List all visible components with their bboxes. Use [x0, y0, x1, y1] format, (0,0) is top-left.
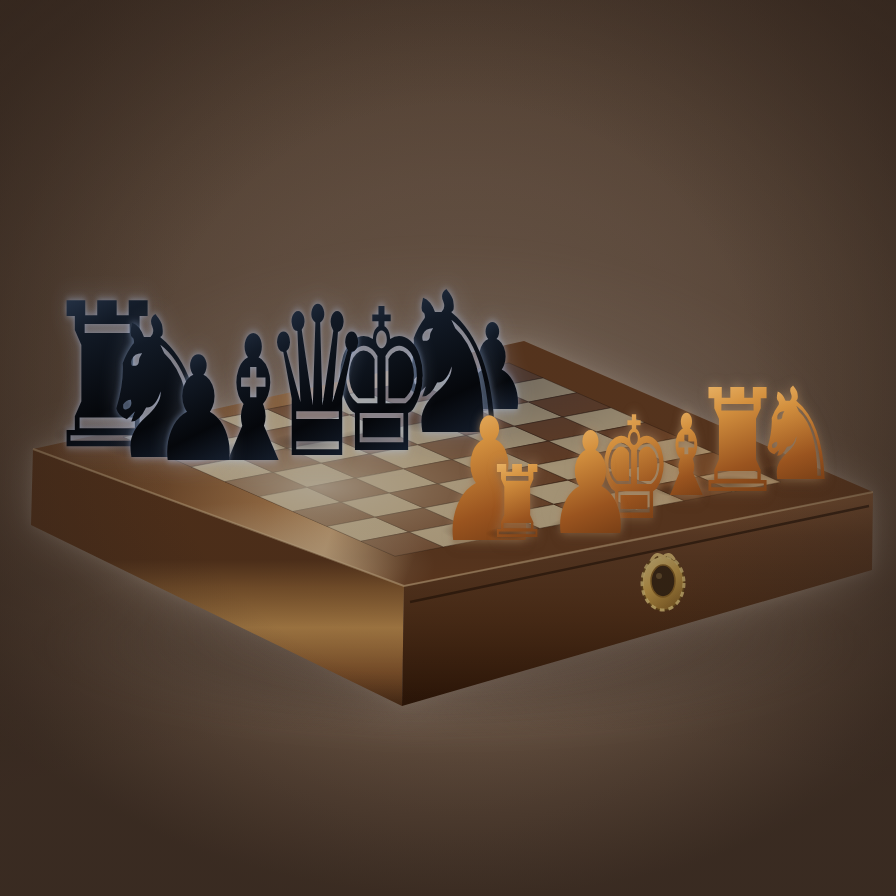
- piece-wood-pawn-d1[interactable]: ♟: [540, 414, 642, 555]
- piece-wood-rook-c1[interactable]: ♜: [481, 453, 553, 553]
- piece-black-pawn-c8[interactable]: ♟: [146, 337, 250, 482]
- pieces-layer: ♟♞♜♚♛♞♝♟♞♜♝♚♟♟♜: [0, 0, 896, 896]
- chess-photo-scene: ♟♞♜♚♛♞♝♟♞♜♝♚♟♟♜: [0, 0, 896, 896]
